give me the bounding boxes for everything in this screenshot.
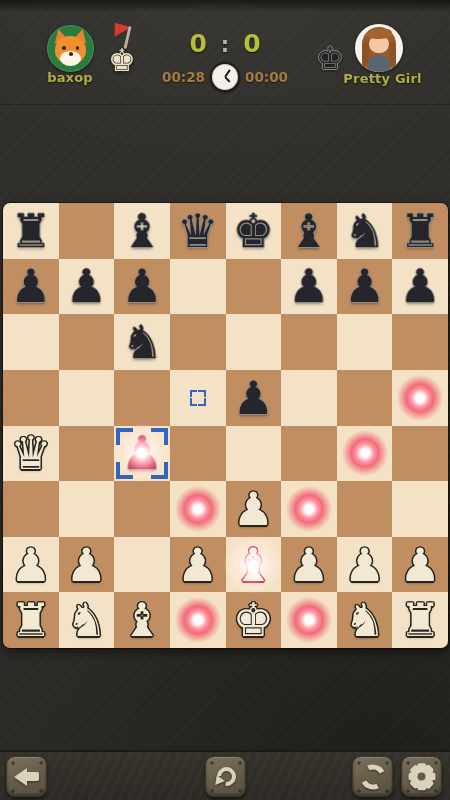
chess-board: ♜♝♛♚♝♞♜♟♟♟♟♟♟♞♟♛♟♟♟♟♟♝♟♟♟♜♞♝♚♞♜ xyxy=(3,203,448,648)
threat-glow xyxy=(342,430,388,476)
square-e1[interactable]: ♚ xyxy=(226,592,282,648)
threat-glow xyxy=(286,597,332,643)
square-g8[interactable]: ♞ xyxy=(337,203,393,259)
square-d5[interactable] xyxy=(170,370,226,426)
square-f8[interactable]: ♝ xyxy=(281,203,337,259)
selection-bracket xyxy=(116,428,168,480)
square-g1[interactable]: ♞ xyxy=(337,592,393,648)
rotate-icon xyxy=(360,764,385,789)
undo-arrow-icon xyxy=(214,765,238,789)
square-a4[interactable]: ♛ xyxy=(3,426,59,482)
score-left: 0 xyxy=(189,29,206,58)
square-e6[interactable] xyxy=(226,314,282,370)
square-a2[interactable]: ♟ xyxy=(3,537,59,593)
black-timer: 00:00 xyxy=(245,69,288,85)
arrow-left-icon xyxy=(14,768,40,786)
square-c4[interactable]: ♟ xyxy=(114,426,170,482)
black-rook: ♜ xyxy=(3,203,59,259)
square-b1[interactable]: ♞ xyxy=(59,592,115,648)
square-b6[interactable] xyxy=(59,314,115,370)
black-pawn: ♟ xyxy=(226,370,282,426)
square-a6[interactable] xyxy=(3,314,59,370)
black-pawn: ♟ xyxy=(281,259,337,315)
square-a8[interactable]: ♜ xyxy=(3,203,59,259)
move-origin-marker xyxy=(190,390,206,406)
square-f3[interactable] xyxy=(281,481,337,537)
square-a1[interactable]: ♜ xyxy=(3,592,59,648)
black-knight: ♞ xyxy=(114,314,170,370)
white-pawn: ♟ xyxy=(170,537,226,593)
white-pawn: ♟ xyxy=(3,537,59,593)
black-pawn: ♟ xyxy=(59,259,115,315)
square-e5[interactable]: ♟ xyxy=(226,370,282,426)
square-g3[interactable] xyxy=(337,481,393,537)
black-player-name: Pretty Girl xyxy=(325,71,440,86)
square-b4[interactable] xyxy=(59,426,115,482)
black-pawn: ♟ xyxy=(114,426,170,482)
square-g4[interactable] xyxy=(337,426,393,482)
settings-button[interactable] xyxy=(401,756,442,797)
white-knight: ♞ xyxy=(337,592,393,648)
square-h2[interactable]: ♟ xyxy=(392,537,448,593)
white-bishop: ♝ xyxy=(114,592,170,648)
square-c5[interactable] xyxy=(114,370,170,426)
black-king-icon: ♚ xyxy=(316,43,344,74)
square-b8[interactable] xyxy=(59,203,115,259)
square-b5[interactable] xyxy=(59,370,115,426)
gear-icon xyxy=(408,763,435,790)
square-f2[interactable]: ♟ xyxy=(281,537,337,593)
square-d4[interactable] xyxy=(170,426,226,482)
header-divider xyxy=(0,104,450,106)
threat-glow xyxy=(175,486,221,532)
white-pawn: ♟ xyxy=(59,537,115,593)
white-pawn: ♟ xyxy=(392,537,448,593)
square-h1[interactable]: ♜ xyxy=(392,592,448,648)
threat-glow xyxy=(286,486,332,532)
square-h7[interactable]: ♟ xyxy=(392,259,448,315)
square-d6[interactable] xyxy=(170,314,226,370)
square-g6[interactable] xyxy=(337,314,393,370)
white-pawn: ♟ xyxy=(226,481,282,537)
flip-board-button[interactable] xyxy=(352,756,393,797)
square-a7[interactable]: ♟ xyxy=(3,259,59,315)
black-pawn: ♟ xyxy=(337,259,393,315)
square-f5[interactable] xyxy=(281,370,337,426)
score-right: 0 xyxy=(243,29,260,58)
white-bishop: ♝ xyxy=(226,537,282,593)
threat-glow xyxy=(175,597,221,643)
black-rook: ♜ xyxy=(392,203,448,259)
square-b3[interactable] xyxy=(59,481,115,537)
square-g2[interactable]: ♟ xyxy=(337,537,393,593)
square-b7[interactable]: ♟ xyxy=(59,259,115,315)
square-g5[interactable] xyxy=(337,370,393,426)
black-knight: ♞ xyxy=(337,203,393,259)
threat-glow xyxy=(397,375,443,421)
square-h8[interactable]: ♜ xyxy=(392,203,448,259)
white-rook: ♜ xyxy=(3,592,59,648)
square-c2[interactable] xyxy=(114,537,170,593)
black-king: ♚ xyxy=(226,203,282,259)
threat-glow xyxy=(224,536,282,594)
square-h3[interactable] xyxy=(392,481,448,537)
white-timer: 00:28 xyxy=(162,69,205,85)
black-queen: ♛ xyxy=(170,203,226,259)
square-c1[interactable]: ♝ xyxy=(114,592,170,648)
white-pawn: ♟ xyxy=(337,537,393,593)
square-e4[interactable] xyxy=(226,426,282,482)
square-d2[interactable]: ♟ xyxy=(170,537,226,593)
square-d3[interactable] xyxy=(170,481,226,537)
black-pawn: ♟ xyxy=(392,259,448,315)
score-separator: : xyxy=(221,33,229,57)
square-c6[interactable]: ♞ xyxy=(114,314,170,370)
square-f4[interactable] xyxy=(281,426,337,482)
white-pawn: ♟ xyxy=(281,537,337,593)
square-h4[interactable] xyxy=(392,426,448,482)
square-f6[interactable] xyxy=(281,314,337,370)
white-king: ♚ xyxy=(226,592,282,648)
square-d7[interactable] xyxy=(170,259,226,315)
square-c8[interactable]: ♝ xyxy=(114,203,170,259)
white-queen: ♛ xyxy=(3,426,59,482)
square-c7[interactable]: ♟ xyxy=(114,259,170,315)
square-e2[interactable]: ♝ xyxy=(226,537,282,593)
square-d8[interactable]: ♛ xyxy=(170,203,226,259)
back-button[interactable] xyxy=(6,756,47,797)
square-e3[interactable]: ♟ xyxy=(226,481,282,537)
undo-button[interactable] xyxy=(205,756,246,797)
black-bishop: ♝ xyxy=(114,203,170,259)
black-pawn: ♟ xyxy=(3,259,59,315)
black-bishop: ♝ xyxy=(281,203,337,259)
top-shade xyxy=(0,0,450,12)
square-d1[interactable] xyxy=(170,592,226,648)
square-f1[interactable] xyxy=(281,592,337,648)
white-rook: ♜ xyxy=(392,592,448,648)
square-g7[interactable]: ♟ xyxy=(337,259,393,315)
square-e8[interactable]: ♚ xyxy=(226,203,282,259)
black-player-avatar xyxy=(355,24,403,72)
square-f7[interactable]: ♟ xyxy=(281,259,337,315)
black-pawn: ♟ xyxy=(114,259,170,315)
square-b2[interactable]: ♟ xyxy=(59,537,115,593)
clock-icon xyxy=(210,62,240,92)
white-knight: ♞ xyxy=(59,592,115,648)
square-a5[interactable] xyxy=(3,370,59,426)
square-h5[interactable] xyxy=(392,370,448,426)
threat-glow xyxy=(113,424,171,482)
square-a3[interactable] xyxy=(3,481,59,537)
square-e7[interactable] xyxy=(226,259,282,315)
square-h6[interactable] xyxy=(392,314,448,370)
square-c3[interactable] xyxy=(114,481,170,537)
